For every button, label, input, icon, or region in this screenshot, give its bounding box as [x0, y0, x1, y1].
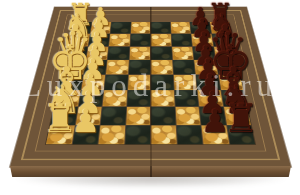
- board-square: [46, 125, 74, 144]
- board-square: [216, 60, 240, 74]
- fold-seam-line: [150, 7, 152, 167]
- board-square: [173, 75, 196, 90]
- board-square: [64, 47, 87, 60]
- board-square: [125, 125, 150, 144]
- board-square: [151, 75, 173, 90]
- board-square: [151, 90, 174, 106]
- board-square: [151, 107, 175, 125]
- chess-board: [10, 7, 291, 167]
- board-square: [128, 75, 150, 90]
- board-square: [129, 47, 150, 60]
- board-square: [67, 34, 89, 46]
- board-square: [131, 22, 151, 33]
- product-photo-scene: ♜♟♟♜♞♟♟♞♝♟♟♝♛♟♟♛♚♟♟♚♝♟♟♝♞♟♟♞♜♟♟♜ Luxpoda…: [0, 0, 300, 195]
- board-square: [174, 90, 198, 106]
- board-square: [151, 60, 173, 74]
- board-square: [199, 107, 225, 125]
- board-square: [214, 47, 237, 60]
- board-square: [176, 125, 202, 144]
- board-square: [75, 107, 101, 125]
- board-square: [218, 75, 243, 90]
- board-square: [78, 90, 103, 106]
- board-square: [221, 90, 247, 106]
- board-square: [88, 34, 110, 46]
- board-square: [103, 90, 127, 106]
- board-square: [212, 34, 234, 46]
- board-square: [210, 22, 231, 33]
- board-square: [90, 22, 111, 33]
- board-square: [151, 47, 172, 60]
- board-square: [227, 125, 255, 144]
- board-square: [106, 60, 128, 74]
- board-square: [98, 125, 124, 144]
- board-square: [130, 34, 150, 46]
- board-square: [126, 107, 150, 125]
- board-square: [101, 107, 126, 125]
- board-square: [191, 34, 213, 46]
- board-square: [86, 47, 108, 60]
- board-square: [193, 47, 215, 60]
- board-square: [54, 90, 80, 106]
- board-square: [224, 107, 251, 125]
- board-square: [104, 75, 127, 90]
- board-square: [151, 34, 171, 46]
- board-square: [127, 90, 150, 106]
- board-square: [72, 125, 99, 144]
- board-square: [110, 22, 130, 33]
- board-square: [151, 22, 171, 33]
- board-square: [108, 47, 130, 60]
- board-square: [201, 125, 228, 144]
- board-square: [128, 60, 150, 74]
- fold-seam-front: [150, 166, 152, 177]
- board-square: [50, 107, 77, 125]
- board-square: [175, 107, 200, 125]
- board-square: [151, 125, 176, 144]
- board-square: [173, 60, 195, 74]
- board-square: [81, 75, 105, 90]
- board-square: [84, 60, 107, 74]
- board-square: [194, 60, 217, 74]
- board-square: [172, 47, 194, 60]
- board-square: [61, 60, 85, 74]
- board-square: [196, 75, 220, 90]
- box-front-edge: [10, 166, 291, 177]
- board-square: [190, 22, 211, 33]
- board-square: [198, 90, 223, 106]
- board-square: [70, 22, 91, 33]
- board-square: [109, 34, 130, 46]
- board-square: [171, 34, 192, 46]
- board-square: [58, 75, 83, 90]
- board-square: [170, 22, 190, 33]
